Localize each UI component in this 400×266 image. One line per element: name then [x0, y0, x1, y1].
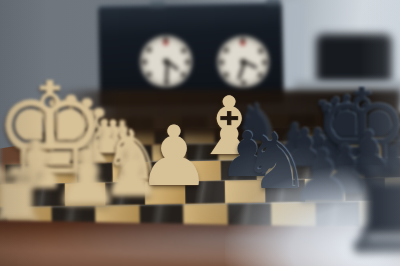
board-square — [145, 181, 185, 205]
board-square — [385, 177, 400, 201]
board-square — [25, 183, 65, 207]
board-square — [65, 183, 105, 207]
board-square — [305, 178, 345, 202]
board-square — [5, 164, 41, 185]
border-reflection-streak — [0, 220, 400, 266]
board-square — [225, 180, 265, 204]
board-square — [256, 159, 292, 180]
board-square — [0, 184, 25, 208]
board-square — [184, 161, 220, 182]
board-square — [265, 179, 305, 203]
board-square — [359, 200, 400, 228]
board-square — [315, 201, 359, 229]
chess-scene-photo: ♜♚♛♝♟♟♟♟♟♟♞♟♝♟♞♞♟♟♟♟♟♟♜♛♚♟♝♜ — [0, 0, 400, 266]
board-near-border — [0, 220, 400, 266]
board-square — [292, 159, 328, 180]
board-square — [20, 147, 53, 165]
board-square — [105, 182, 145, 206]
board-square — [113, 162, 149, 183]
board-square — [41, 163, 77, 184]
board-far-shadow-fade — [56, 128, 400, 158]
board-square — [345, 178, 385, 202]
board-square — [220, 160, 256, 181]
board-square — [77, 163, 113, 184]
board-square — [328, 158, 364, 179]
board-square — [364, 158, 400, 179]
board-square — [185, 181, 225, 205]
board-square — [148, 161, 184, 182]
